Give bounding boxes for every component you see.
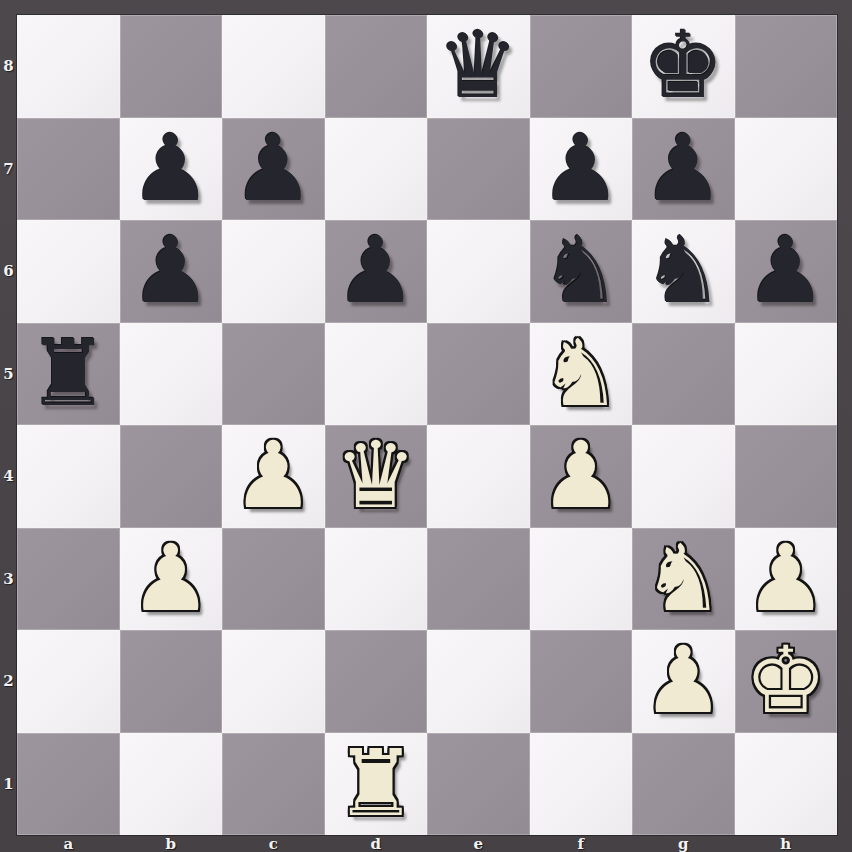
square-d8[interactable] <box>325 15 428 118</box>
white-pawn[interactable]: ♟ <box>745 533 827 625</box>
square-h8[interactable] <box>735 15 838 118</box>
square-a6[interactable] <box>17 220 120 323</box>
square-b1[interactable] <box>120 733 223 836</box>
square-e1[interactable] <box>427 733 530 836</box>
white-rook[interactable]: ♜ <box>335 738 417 830</box>
square-h5[interactable] <box>735 323 838 426</box>
black-rook[interactable]: ♜ <box>27 328 109 420</box>
black-queen[interactable]: ♛ <box>437 20 519 112</box>
square-h2[interactable]: ♚ <box>735 630 838 733</box>
white-pawn[interactable]: ♟ <box>642 635 724 727</box>
square-b4[interactable] <box>120 425 223 528</box>
rank-label-5: 5 <box>0 323 17 426</box>
square-d1[interactable]: ♜ <box>325 733 428 836</box>
square-e5[interactable] <box>427 323 530 426</box>
square-a1[interactable] <box>17 733 120 836</box>
black-knight[interactable]: ♞ <box>540 225 622 317</box>
square-f2[interactable] <box>530 630 633 733</box>
square-d7[interactable] <box>325 118 428 221</box>
square-g7[interactable]: ♟ <box>632 118 735 221</box>
file-label-d: d <box>325 835 428 852</box>
rank-label-8: 8 <box>0 15 17 118</box>
square-h1[interactable] <box>735 733 838 836</box>
black-pawn[interactable]: ♟ <box>232 123 314 215</box>
square-h6[interactable]: ♟ <box>735 220 838 323</box>
black-pawn[interactable]: ♟ <box>335 225 417 317</box>
square-c8[interactable] <box>222 15 325 118</box>
white-pawn[interactable]: ♟ <box>540 430 622 522</box>
square-b8[interactable] <box>120 15 223 118</box>
square-c4[interactable]: ♟ <box>222 425 325 528</box>
square-f4[interactable]: ♟ <box>530 425 633 528</box>
square-h3[interactable]: ♟ <box>735 528 838 631</box>
rank-label-1: 1 <box>0 733 17 836</box>
black-pawn[interactable]: ♟ <box>130 225 212 317</box>
file-label-a: a <box>17 835 120 852</box>
square-a3[interactable] <box>17 528 120 631</box>
file-label-g: g <box>632 835 735 852</box>
square-b7[interactable]: ♟ <box>120 118 223 221</box>
rank-label-7: 7 <box>0 118 17 221</box>
square-e3[interactable] <box>427 528 530 631</box>
black-pawn[interactable]: ♟ <box>642 123 724 215</box>
file-label-b: b <box>120 835 223 852</box>
square-h7[interactable] <box>735 118 838 221</box>
square-b2[interactable] <box>120 630 223 733</box>
square-b6[interactable]: ♟ <box>120 220 223 323</box>
square-b5[interactable] <box>120 323 223 426</box>
square-d5[interactable] <box>325 323 428 426</box>
black-knight[interactable]: ♞ <box>642 225 724 317</box>
file-labels: abcdefgh <box>17 835 837 852</box>
square-d4[interactable]: ♛ <box>325 425 428 528</box>
white-knight[interactable]: ♞ <box>540 328 622 420</box>
square-c5[interactable] <box>222 323 325 426</box>
square-h4[interactable] <box>735 425 838 528</box>
file-label-f: f <box>530 835 633 852</box>
square-g3[interactable]: ♞ <box>632 528 735 631</box>
square-b3[interactable]: ♟ <box>120 528 223 631</box>
square-f3[interactable] <box>530 528 633 631</box>
file-label-c: c <box>222 835 325 852</box>
square-d3[interactable] <box>325 528 428 631</box>
black-king[interactable]: ♚ <box>642 20 724 112</box>
white-king[interactable]: ♚ <box>745 635 827 727</box>
square-f7[interactable]: ♟ <box>530 118 633 221</box>
rank-labels: 87654321 <box>0 15 17 835</box>
file-label-e: e <box>427 835 530 852</box>
white-pawn[interactable]: ♟ <box>130 533 212 625</box>
chess-board-frame: 87654321 abcdefgh ♛♚♟♟♟♟♟♟♞♞♟♜♞♟♛♟♟♞♟♟♚♜ <box>0 0 852 852</box>
square-c3[interactable] <box>222 528 325 631</box>
square-a2[interactable] <box>17 630 120 733</box>
chess-board: ♛♚♟♟♟♟♟♟♞♞♟♜♞♟♛♟♟♞♟♟♚♜ <box>17 15 837 835</box>
file-label-h: h <box>735 835 838 852</box>
square-a7[interactable] <box>17 118 120 221</box>
square-c7[interactable]: ♟ <box>222 118 325 221</box>
rank-label-3: 3 <box>0 528 17 631</box>
square-d6[interactable]: ♟ <box>325 220 428 323</box>
square-g5[interactable] <box>632 323 735 426</box>
square-e6[interactable] <box>427 220 530 323</box>
white-queen[interactable]: ♛ <box>335 430 417 522</box>
square-e4[interactable] <box>427 425 530 528</box>
white-pawn[interactable]: ♟ <box>232 430 314 522</box>
square-f5[interactable]: ♞ <box>530 323 633 426</box>
square-c1[interactable] <box>222 733 325 836</box>
square-f6[interactable]: ♞ <box>530 220 633 323</box>
square-c6[interactable] <box>222 220 325 323</box>
square-a4[interactable] <box>17 425 120 528</box>
rank-label-2: 2 <box>0 630 17 733</box>
square-g2[interactable]: ♟ <box>632 630 735 733</box>
rank-label-4: 4 <box>0 425 17 528</box>
square-c2[interactable] <box>222 630 325 733</box>
square-e2[interactable] <box>427 630 530 733</box>
black-pawn[interactable]: ♟ <box>540 123 622 215</box>
rank-label-6: 6 <box>0 220 17 323</box>
black-pawn[interactable]: ♟ <box>745 225 827 317</box>
square-g6[interactable]: ♞ <box>632 220 735 323</box>
black-pawn[interactable]: ♟ <box>130 123 212 215</box>
white-knight[interactable]: ♞ <box>642 533 724 625</box>
square-g4[interactable] <box>632 425 735 528</box>
square-a5[interactable]: ♜ <box>17 323 120 426</box>
square-g1[interactable] <box>632 733 735 836</box>
square-a8[interactable] <box>17 15 120 118</box>
square-e8[interactable]: ♛ <box>427 15 530 118</box>
square-g8[interactable]: ♚ <box>632 15 735 118</box>
square-e7[interactable] <box>427 118 530 221</box>
square-f8[interactable] <box>530 15 633 118</box>
square-f1[interactable] <box>530 733 633 836</box>
square-d2[interactable] <box>325 630 428 733</box>
